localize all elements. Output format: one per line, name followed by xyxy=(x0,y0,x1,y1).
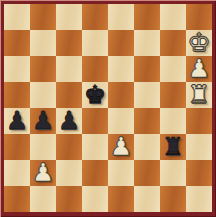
square-f2[interactable] xyxy=(134,160,160,186)
square-g3[interactable]: ♜ xyxy=(160,134,186,160)
square-b8[interactable] xyxy=(30,4,56,30)
square-h8[interactable] xyxy=(186,4,212,30)
square-f5[interactable] xyxy=(134,82,160,108)
square-a2[interactable] xyxy=(4,160,30,186)
square-b5[interactable] xyxy=(30,82,56,108)
square-a3[interactable] xyxy=(4,134,30,160)
square-g8[interactable] xyxy=(160,4,186,30)
square-e5[interactable] xyxy=(108,82,134,108)
black-pawn-b4[interactable]: ♟ xyxy=(32,108,54,134)
square-d7[interactable] xyxy=(82,30,108,56)
square-d5[interactable]: ♚ xyxy=(82,82,108,108)
square-d3[interactable] xyxy=(82,134,108,160)
square-f3[interactable] xyxy=(134,134,160,160)
square-e6[interactable] xyxy=(108,56,134,82)
white-pawn-b2[interactable]: ♟ xyxy=(32,160,54,186)
square-c1[interactable] xyxy=(56,186,82,212)
square-d1[interactable] xyxy=(82,186,108,212)
square-g7[interactable] xyxy=(160,30,186,56)
square-e4[interactable] xyxy=(108,108,134,134)
square-a8[interactable] xyxy=(4,4,30,30)
white-king-h7[interactable]: ♚ xyxy=(188,30,210,56)
square-b4[interactable]: ♟ xyxy=(30,108,56,134)
square-f1[interactable] xyxy=(134,186,160,212)
square-c8[interactable] xyxy=(56,4,82,30)
square-b2[interactable]: ♟ xyxy=(30,160,56,186)
square-h3[interactable] xyxy=(186,134,212,160)
square-c3[interactable] xyxy=(56,134,82,160)
square-h5[interactable]: ♜ xyxy=(186,82,212,108)
square-c5[interactable] xyxy=(56,82,82,108)
square-g1[interactable] xyxy=(160,186,186,212)
square-a4[interactable]: ♟ xyxy=(4,108,30,134)
square-d2[interactable] xyxy=(82,160,108,186)
square-e8[interactable] xyxy=(108,4,134,30)
square-c2[interactable] xyxy=(56,160,82,186)
square-f6[interactable] xyxy=(134,56,160,82)
black-king-d5[interactable]: ♚ xyxy=(84,82,106,108)
square-b1[interactable] xyxy=(30,186,56,212)
chess-board-frame: ♚♟♚♜♟♟♟♟♜♟ xyxy=(0,0,216,217)
square-e2[interactable] xyxy=(108,160,134,186)
square-e3[interactable]: ♟ xyxy=(108,134,134,160)
square-g5[interactable] xyxy=(160,82,186,108)
square-g2[interactable] xyxy=(160,160,186,186)
square-f7[interactable] xyxy=(134,30,160,56)
square-g4[interactable] xyxy=(160,108,186,134)
square-e1[interactable] xyxy=(108,186,134,212)
square-c4[interactable]: ♟ xyxy=(56,108,82,134)
white-pawn-e3[interactable]: ♟ xyxy=(110,134,132,160)
square-b6[interactable] xyxy=(30,56,56,82)
square-a7[interactable] xyxy=(4,30,30,56)
square-h7[interactable]: ♚ xyxy=(186,30,212,56)
square-d6[interactable] xyxy=(82,56,108,82)
white-pawn-h6[interactable]: ♟ xyxy=(188,56,210,82)
square-b3[interactable] xyxy=(30,134,56,160)
square-g6[interactable] xyxy=(160,56,186,82)
square-h6[interactable]: ♟ xyxy=(186,56,212,82)
black-rook-g3[interactable]: ♜ xyxy=(162,134,184,160)
square-d4[interactable] xyxy=(82,108,108,134)
square-a1[interactable] xyxy=(4,186,30,212)
white-rook-h5[interactable]: ♜ xyxy=(188,82,210,108)
square-a6[interactable] xyxy=(4,56,30,82)
square-h2[interactable] xyxy=(186,160,212,186)
square-d8[interactable] xyxy=(82,4,108,30)
square-a5[interactable] xyxy=(4,82,30,108)
square-h4[interactable] xyxy=(186,108,212,134)
square-c6[interactable] xyxy=(56,56,82,82)
square-e7[interactable] xyxy=(108,30,134,56)
square-f4[interactable] xyxy=(134,108,160,134)
square-h1[interactable] xyxy=(186,186,212,212)
square-c7[interactable] xyxy=(56,30,82,56)
square-b7[interactable] xyxy=(30,30,56,56)
square-f8[interactable] xyxy=(134,4,160,30)
black-pawn-a4[interactable]: ♟ xyxy=(6,108,28,134)
chess-board[interactable]: ♚♟♚♜♟♟♟♟♜♟ xyxy=(4,4,212,212)
black-pawn-c4[interactable]: ♟ xyxy=(58,108,80,134)
